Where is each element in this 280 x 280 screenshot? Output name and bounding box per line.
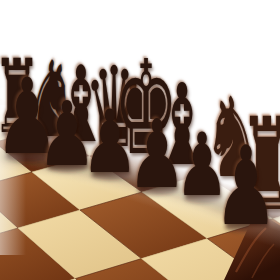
chess-set-photo: ♜♟♞♟♝♟♛♚♟♝♟♞♟♜	[0, 0, 280, 280]
left-edge-haze	[0, 105, 26, 255]
chess-board	[0, 0, 280, 280]
overexposure-wash	[0, 0, 280, 280]
